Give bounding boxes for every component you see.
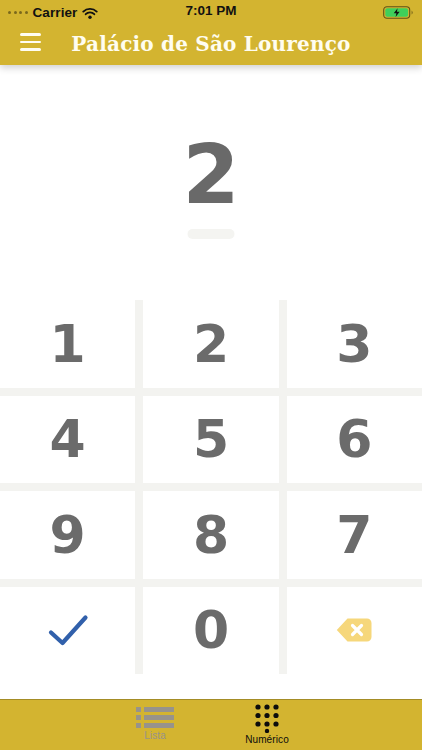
key-1[interactable]: 1 (0, 300, 135, 388)
tab-lista[interactable]: Lista (100, 700, 210, 750)
status-bar: Carrier 7:01 PM (0, 0, 422, 22)
list-icon (136, 703, 174, 729)
top-bar: Carrier 7:01 PM Palác (0, 0, 422, 65)
status-right (383, 3, 414, 19)
key-3[interactable]: 3 (287, 300, 422, 388)
key-4[interactable]: 4 (0, 396, 135, 484)
key-5[interactable]: 5 (143, 396, 278, 484)
nav-bar: Palácio de São Lourenço (0, 22, 422, 65)
confirm-button[interactable] (0, 587, 135, 675)
backspace-button[interactable] (287, 587, 422, 675)
key-0[interactable]: 0 (143, 587, 278, 675)
keypad-dots-icon (253, 703, 281, 733)
wifi-icon (82, 7, 98, 19)
tab-numerico-label: Numérico (245, 734, 289, 745)
input-display: 2 (0, 120, 422, 230)
status-left: Carrier (8, 2, 98, 20)
backspace-icon (335, 617, 373, 643)
key-2[interactable]: 2 (143, 300, 278, 388)
key-7[interactable]: 7 (287, 491, 422, 579)
key-6[interactable]: 6 (287, 396, 422, 484)
keypad: 1 2 3 4 5 6 9 8 7 0 (0, 300, 422, 674)
tab-numerico[interactable]: Numérico (212, 700, 322, 750)
page-title: Palácio de São Lourenço (0, 32, 422, 56)
key-8[interactable]: 8 (143, 491, 278, 579)
menu-button[interactable] (20, 33, 41, 51)
cellular-signal-icon (8, 11, 28, 14)
key-9[interactable]: 9 (0, 491, 135, 579)
input-cursor (188, 229, 235, 239)
checkmark-icon (46, 613, 90, 647)
tab-bar: Lista Numérico (0, 699, 422, 750)
carrier-label: Carrier (33, 5, 78, 20)
tab-lista-label: Lista (144, 730, 166, 741)
app-screen: Carrier 7:01 PM Palác (0, 0, 422, 750)
battery-icon (383, 6, 414, 19)
